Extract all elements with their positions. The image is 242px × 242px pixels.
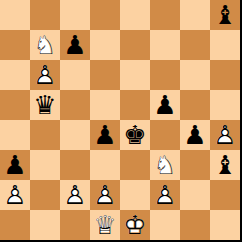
square-a1[interactable] [0, 210, 30, 240]
black-p-piece: ♟ [150, 90, 180, 120]
square-g8[interactable] [180, 0, 210, 30]
square-a8[interactable] [0, 0, 30, 30]
square-d3[interactable] [90, 150, 120, 180]
square-d6[interactable] [90, 60, 120, 90]
square-f6[interactable] [150, 60, 180, 90]
square-g2[interactable] [180, 180, 210, 210]
black-p-piece: ♟ [90, 120, 120, 150]
white-p-piece: ♙ [210, 120, 240, 150]
square-d1[interactable]: ♛♕ [90, 210, 120, 240]
black-k-piece: ♚ [120, 120, 150, 150]
square-a3[interactable]: ♟ [0, 150, 30, 180]
square-c5[interactable] [60, 90, 90, 120]
square-f3[interactable]: ♞♘ [150, 150, 180, 180]
square-f1[interactable] [150, 210, 180, 240]
white-p-piece: ♙ [0, 180, 30, 210]
white-p-piece: ♙ [30, 60, 60, 90]
square-e7[interactable] [120, 30, 150, 60]
square-e6[interactable] [120, 60, 150, 90]
square-c7[interactable]: ♟ [60, 30, 90, 60]
white-p-piece: ♙ [60, 180, 90, 210]
square-g7[interactable] [180, 30, 210, 60]
square-e1[interactable]: ♚♔ [120, 210, 150, 240]
square-b7[interactable]: ♞♘ [30, 30, 60, 60]
square-f4[interactable] [150, 120, 180, 150]
square-e3[interactable] [120, 150, 150, 180]
square-d7[interactable] [90, 30, 120, 60]
square-a4[interactable] [0, 120, 30, 150]
square-a7[interactable] [0, 30, 30, 60]
black-b-piece: ♝ [210, 0, 240, 30]
black-b-piece: ♝ [210, 150, 240, 180]
square-h5[interactable] [210, 90, 240, 120]
square-b5[interactable]: ♛ [30, 90, 60, 120]
white-p-piece: ♙ [150, 180, 180, 210]
square-a2[interactable]: ♟♙ [0, 180, 30, 210]
white-n-piece: ♘ [150, 150, 180, 180]
square-d4[interactable]: ♟ [90, 120, 120, 150]
white-n-piece: ♘ [30, 30, 60, 60]
square-g6[interactable] [180, 60, 210, 90]
square-a5[interactable] [0, 90, 30, 120]
square-h6[interactable] [210, 60, 240, 90]
white-k-piece: ♔ [120, 210, 150, 240]
square-e4[interactable]: ♚ [120, 120, 150, 150]
square-c8[interactable] [60, 0, 90, 30]
square-b2[interactable] [30, 180, 60, 210]
square-a6[interactable] [0, 60, 30, 90]
square-f8[interactable] [150, 0, 180, 30]
square-c6[interactable] [60, 60, 90, 90]
black-p-piece: ♟ [180, 120, 210, 150]
square-e5[interactable] [120, 90, 150, 120]
square-h1[interactable] [210, 210, 240, 240]
square-g3[interactable] [180, 150, 210, 180]
chess-board-wrapper: ♝♞♘♟♟♙♛♟♟♚♟♟♙♟♞♘♝♟♙♟♙♟♙♟♙♛♕♚♔ [0, 0, 242, 242]
square-b8[interactable] [30, 0, 60, 30]
square-b6[interactable]: ♟♙ [30, 60, 60, 90]
black-p-piece: ♟ [60, 30, 90, 60]
square-b4[interactable] [30, 120, 60, 150]
square-h8[interactable]: ♝ [210, 0, 240, 30]
square-f7[interactable] [150, 30, 180, 60]
square-b3[interactable] [30, 150, 60, 180]
square-g1[interactable] [180, 210, 210, 240]
square-f5[interactable]: ♟ [150, 90, 180, 120]
square-d5[interactable] [90, 90, 120, 120]
square-g5[interactable] [180, 90, 210, 120]
white-q-piece: ♕ [90, 210, 120, 240]
square-h4[interactable]: ♟♙ [210, 120, 240, 150]
square-h2[interactable] [210, 180, 240, 210]
square-c1[interactable] [60, 210, 90, 240]
black-q-piece: ♛ [30, 90, 60, 120]
square-d2[interactable]: ♟♙ [90, 180, 120, 210]
square-d8[interactable] [90, 0, 120, 30]
square-e2[interactable] [120, 180, 150, 210]
black-p-piece: ♟ [0, 150, 30, 180]
square-h3[interactable]: ♝ [210, 150, 240, 180]
square-f2[interactable]: ♟♙ [150, 180, 180, 210]
square-c3[interactable] [60, 150, 90, 180]
square-c2[interactable]: ♟♙ [60, 180, 90, 210]
chess-board: ♝♞♘♟♟♙♛♟♟♚♟♟♙♟♞♘♝♟♙♟♙♟♙♟♙♛♕♚♔ [0, 0, 240, 240]
square-b1[interactable] [30, 210, 60, 240]
square-e8[interactable] [120, 0, 150, 30]
white-p-piece: ♙ [90, 180, 120, 210]
square-g4[interactable]: ♟ [180, 120, 210, 150]
square-c4[interactable] [60, 120, 90, 150]
square-h7[interactable] [210, 30, 240, 60]
